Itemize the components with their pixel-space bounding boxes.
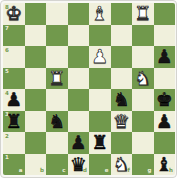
square-h4[interactable]: ♚ (154, 89, 176, 111)
square-c5[interactable]: ♜ (46, 68, 68, 90)
square-a6[interactable]: 6 (3, 46, 25, 68)
square-f5[interactable] (111, 68, 133, 90)
square-f4[interactable]: ♞ (111, 89, 133, 111)
square-e4[interactable] (89, 89, 111, 111)
rank-label-5: 5 (5, 69, 9, 75)
square-d2[interactable]: ♟ (68, 132, 90, 154)
square-a3[interactable]: 3♜ (3, 111, 25, 133)
square-h8[interactable] (154, 3, 176, 25)
white-bishop-e8[interactable]: ♝ (91, 4, 108, 23)
square-c3[interactable]: ♞ (46, 111, 68, 133)
square-d7[interactable] (68, 25, 90, 47)
black-knight-c3[interactable]: ♞ (48, 111, 65, 130)
black-rook-a3[interactable]: ♜ (5, 111, 22, 130)
rank-label-6: 6 (5, 48, 9, 54)
rank-label-2: 2 (5, 134, 9, 140)
white-queen-f3[interactable]: ♛ (113, 111, 130, 130)
rank-label-7: 7 (5, 26, 9, 32)
square-d8[interactable] (68, 3, 90, 25)
square-b1[interactable]: b (25, 154, 47, 176)
square-c4[interactable] (46, 89, 68, 111)
square-a2[interactable]: 2 (3, 132, 25, 154)
square-g6[interactable] (132, 46, 154, 68)
rank-label-1: 1 (5, 155, 9, 161)
file-label-b: b (40, 168, 44, 174)
square-e5[interactable] (89, 68, 111, 90)
black-pawn-d2[interactable]: ♟ (70, 133, 87, 152)
file-label-g: g (148, 168, 152, 174)
white-rook-c5[interactable]: ♜ (48, 68, 65, 87)
square-c2[interactable] (46, 132, 68, 154)
white-rook-g8[interactable]: ♜ (134, 4, 151, 23)
square-g5[interactable]: ♞ (132, 68, 154, 90)
square-b7[interactable] (25, 25, 47, 47)
square-e2[interactable]: ♜ (89, 132, 111, 154)
black-pawn-h3[interactable]: ♟ (156, 111, 173, 130)
square-d1[interactable]: d♛ (68, 154, 90, 176)
square-a8[interactable]: 8♚ (3, 3, 25, 25)
square-h1[interactable]: h♝ (154, 154, 176, 176)
square-e3[interactable] (89, 111, 111, 133)
white-knight-f1[interactable]: ♞ (113, 154, 130, 173)
square-d5[interactable] (68, 68, 90, 90)
square-a7[interactable]: 7 (3, 25, 25, 47)
square-b5[interactable] (25, 68, 47, 90)
square-h2[interactable] (154, 132, 176, 154)
square-g2[interactable] (132, 132, 154, 154)
black-rook-e2[interactable]: ♜ (91, 133, 108, 152)
square-f2[interactable] (111, 132, 133, 154)
square-e8[interactable]: ♝ (89, 3, 111, 25)
square-b4[interactable] (25, 89, 47, 111)
black-knight-f4[interactable]: ♞ (113, 90, 130, 109)
white-knight-g5[interactable]: ♞ (134, 68, 151, 87)
file-label-a: a (19, 168, 23, 174)
square-a1[interactable]: 1a (3, 154, 25, 176)
black-pawn-h6[interactable]: ♟ (156, 47, 173, 66)
square-b2[interactable] (25, 132, 47, 154)
square-d3[interactable] (68, 111, 90, 133)
chess-board[interactable]: 8♚♝♜76♟♟5♜♞4♟♞♚3♜♞♛♟2♟♜1abcd♛ef♞gh♝ (3, 3, 175, 175)
square-d4[interactable] (68, 89, 90, 111)
square-g8[interactable]: ♜ (132, 3, 154, 25)
square-g7[interactable] (132, 25, 154, 47)
file-label-c: c (62, 168, 65, 174)
square-f1[interactable]: f♞ (111, 154, 133, 176)
black-bishop-h1[interactable]: ♝ (156, 154, 173, 173)
square-c6[interactable] (46, 46, 68, 68)
black-queen-d1[interactable]: ♛ (70, 154, 87, 173)
square-a4[interactable]: 4♟ (3, 89, 25, 111)
square-h3[interactable]: ♟ (154, 111, 176, 133)
square-f3[interactable]: ♛ (111, 111, 133, 133)
square-f8[interactable] (111, 3, 133, 25)
square-a5[interactable]: 5 (3, 68, 25, 90)
square-g1[interactable]: g (132, 154, 154, 176)
square-b3[interactable] (25, 111, 47, 133)
square-b6[interactable] (25, 46, 47, 68)
square-g3[interactable] (132, 111, 154, 133)
square-e7[interactable] (89, 25, 111, 47)
square-c1[interactable]: c (46, 154, 68, 176)
file-label-e: e (105, 168, 109, 174)
square-b8[interactable] (25, 3, 47, 25)
square-h5[interactable] (154, 68, 176, 90)
square-c7[interactable] (46, 25, 68, 47)
square-f7[interactable] (111, 25, 133, 47)
square-e6[interactable]: ♟ (89, 46, 111, 68)
square-e1[interactable]: e (89, 154, 111, 176)
square-d6[interactable] (68, 46, 90, 68)
white-pawn-e6[interactable]: ♟ (91, 47, 108, 66)
square-f6[interactable] (111, 46, 133, 68)
square-h7[interactable] (154, 25, 176, 47)
black-pawn-a4[interactable]: ♟ (5, 90, 22, 109)
white-king-a8[interactable]: ♚ (5, 4, 22, 23)
square-c8[interactable] (46, 3, 68, 25)
square-h6[interactable]: ♟ (154, 46, 176, 68)
square-g4[interactable] (132, 89, 154, 111)
black-king-h4[interactable]: ♚ (156, 90, 173, 109)
